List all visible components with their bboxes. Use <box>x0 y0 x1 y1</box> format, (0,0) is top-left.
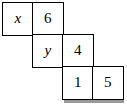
board-drop-shadow <box>64 100 124 103</box>
cell-r1c1: y <box>32 34 64 68</box>
cell-r0c1: 6 <box>32 2 64 36</box>
cell-r1c2: 4 <box>62 34 94 68</box>
cell-r2c2: 1 <box>62 66 94 100</box>
puzzle-board: x6y415 <box>0 0 127 106</box>
cell-r2c3: 5 <box>92 66 124 100</box>
cell-r0c0: x <box>2 2 34 36</box>
